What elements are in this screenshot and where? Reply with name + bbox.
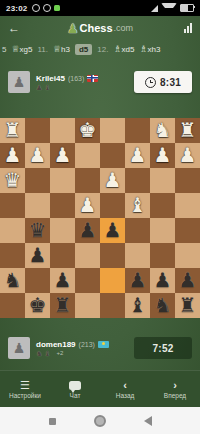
player-name-top: Krilei45 xyxy=(36,74,65,83)
player-row-top[interactable]: ♟ Krilei45 (163) ♟ ♝ 8:31 xyxy=(0,64,200,100)
player-name-bottom: domen189 xyxy=(36,340,76,349)
square-a1[interactable]: ♜ xyxy=(175,118,200,143)
piece-wP-a2[interactable]: ♟ xyxy=(179,143,197,168)
square-c6[interactable] xyxy=(125,243,150,268)
home-icon[interactable] xyxy=(94,415,106,427)
square-f3[interactable] xyxy=(50,168,75,193)
move-item[interactable]: 5 xyxy=(2,45,6,54)
material-advantage: +2 xyxy=(57,350,64,356)
piece-bP-e5[interactable]: ♟ xyxy=(79,218,97,243)
notification-icon xyxy=(54,5,60,11)
piece-wN-b1[interactable]: ♞ xyxy=(154,118,172,143)
captured-pieces-bottom: ♞ ♝ xyxy=(36,350,51,357)
square-h2[interactable]: ♟ xyxy=(0,143,25,168)
piece-bN-h7[interactable]: ♞ xyxy=(4,268,22,293)
piece-bP-g6[interactable]: ♟ xyxy=(29,243,47,268)
logo-text-com: .com xyxy=(114,23,134,33)
square-f4[interactable] xyxy=(50,193,75,218)
square-g4[interactable] xyxy=(25,193,50,218)
android-back-icon[interactable] xyxy=(144,416,152,426)
piece-bP-d5[interactable]: ♟ xyxy=(104,218,122,243)
square-d6[interactable] xyxy=(100,243,125,268)
square-a3[interactable] xyxy=(175,168,200,193)
recent-apps-icon[interactable] xyxy=(49,418,56,425)
move-item[interactable]: ♕xg5 xyxy=(11,44,32,54)
piece-bB-c8[interactable]: ♝ xyxy=(129,293,147,318)
square-g7[interactable] xyxy=(25,268,50,293)
square-d8[interactable] xyxy=(100,293,125,318)
move-item[interactable]: ♗xh3 xyxy=(139,44,160,54)
timer-icon xyxy=(43,4,51,12)
avatar-bottom[interactable]: ♟ xyxy=(8,337,30,359)
logo-pawn-icon: ♟ xyxy=(67,22,79,35)
square-c1[interactable] xyxy=(125,118,150,143)
piece-figurine: ♗ xyxy=(139,44,147,54)
square-d2[interactable] xyxy=(100,143,125,168)
piece-wR-a1[interactable]: ♜ xyxy=(179,118,197,143)
cell-signal-icon xyxy=(151,5,158,12)
piece-wP-c2[interactable]: ♟ xyxy=(129,143,147,168)
chess-app: ← ♟ Chess .com 5♕xg511.♕h3d512.♗xd5♗xh3 … xyxy=(0,16,200,407)
square-c7[interactable]: ♟ xyxy=(125,268,150,293)
square-a5[interactable] xyxy=(175,218,200,243)
square-h5[interactable] xyxy=(0,218,25,243)
square-b8[interactable]: ♞ xyxy=(150,293,175,318)
piece-wQ-h3[interactable]: ♛ xyxy=(4,168,22,193)
square-e7[interactable] xyxy=(75,268,100,293)
square-h6[interactable] xyxy=(0,243,25,268)
piece-bQ-g5[interactable]: ♛ xyxy=(29,218,47,243)
chesscom-logo: ♟ Chess .com xyxy=(28,22,172,35)
logo-text: Chess xyxy=(80,22,113,34)
square-f7[interactable]: ♟ xyxy=(50,268,75,293)
move-item[interactable]: ♗xd5 xyxy=(113,44,134,54)
piece-bR-f8[interactable]: ♜ xyxy=(54,293,72,318)
norway-flag-icon xyxy=(87,75,98,82)
piece-bK-g8[interactable]: ♚ xyxy=(29,293,47,318)
status-right-icons xyxy=(151,3,194,13)
player-info-bottom: domen189 (213) ♞ ♝ +2 xyxy=(36,340,134,357)
square-g2[interactable]: ♟ xyxy=(25,143,50,168)
chess-board: ♜♚♞♜♟♟♟♟♟♟♛♟♟♝♛♟♟♟♞♟♟♟♟♚♜♝♞♜ xyxy=(0,118,200,318)
nav-label: Настройки xyxy=(9,392,41,399)
square-g8[interactable]: ♚ xyxy=(25,293,50,318)
chevron-left-icon: ‹ xyxy=(123,379,127,391)
square-b4[interactable] xyxy=(150,193,175,218)
status-bar: 23:02 xyxy=(0,0,200,16)
status-time: 23:02 xyxy=(6,4,27,13)
player-row-bottom[interactable]: ♟ domen189 (213) ♞ ♝ +2 7:52 xyxy=(0,330,200,366)
game-nav-bar: ☰НастройкиЧат‹Назад›Вперед xyxy=(0,370,200,407)
square-f2[interactable]: ♟ xyxy=(50,143,75,168)
square-g5[interactable]: ♛ xyxy=(25,218,50,243)
square-c8[interactable]: ♝ xyxy=(125,293,150,318)
square-g1[interactable] xyxy=(25,118,50,143)
move-text: xd5 xyxy=(122,45,135,54)
kazakhstan-flag-icon xyxy=(98,341,109,348)
player-rating-bottom: (213) xyxy=(79,341,95,348)
player-info-top: Krilei45 (163) ♟ ♝ xyxy=(36,74,134,91)
move-list-bar: 5♕xg511.♕h3d512.♗xd5♗xh3 xyxy=(0,40,200,58)
piece-bP-b7[interactable]: ♟ xyxy=(154,268,172,293)
square-f5[interactable] xyxy=(50,218,75,243)
move-text: h3 xyxy=(61,45,70,54)
piece-bN-b8[interactable]: ♞ xyxy=(154,293,172,318)
nav-chevron-left[interactable]: ‹Назад xyxy=(100,371,150,407)
chevron-right-icon: › xyxy=(173,379,177,391)
square-c5[interactable] xyxy=(125,218,150,243)
chat-bubble-icon xyxy=(69,379,81,391)
move-text: 12. xyxy=(97,45,108,54)
piece-wP-f2[interactable]: ♟ xyxy=(54,143,72,168)
square-b5[interactable] xyxy=(150,218,175,243)
piece-wP-b2[interactable]: ♟ xyxy=(154,143,172,168)
square-h8[interactable] xyxy=(0,293,25,318)
nav-label: Чат xyxy=(70,392,81,399)
square-e5[interactable]: ♟ xyxy=(75,218,100,243)
square-e6[interactable] xyxy=(75,243,100,268)
clock-top: 8:31 xyxy=(134,71,192,93)
square-a8[interactable]: ♜ xyxy=(175,293,200,318)
square-e1[interactable]: ♚ xyxy=(75,118,100,143)
piece-wP-e4[interactable]: ♟ xyxy=(79,193,97,218)
nav-label: Вперед xyxy=(164,392,186,399)
move-text: xh3 xyxy=(147,45,160,54)
square-c2[interactable]: ♟ xyxy=(125,143,150,168)
captured-pieces-top: ♟ ♝ xyxy=(36,84,51,91)
move-item[interactable]: 11. xyxy=(37,45,48,54)
square-c3[interactable] xyxy=(125,168,150,193)
clock-time-bottom: 7:52 xyxy=(152,343,173,354)
square-f8[interactable]: ♜ xyxy=(50,293,75,318)
square-h1[interactable]: ♜ xyxy=(0,118,25,143)
square-a2[interactable]: ♟ xyxy=(175,143,200,168)
square-g3[interactable] xyxy=(25,168,50,193)
move-item[interactable]: 12. xyxy=(97,45,108,54)
battery-icon xyxy=(180,4,194,12)
connection-bars-icon[interactable] xyxy=(172,23,192,33)
piece-wR-h1[interactable]: ♜ xyxy=(4,118,22,143)
move-text: d5 xyxy=(79,45,88,54)
clock-icon xyxy=(145,77,156,88)
square-d7[interactable] xyxy=(100,268,125,293)
square-e3[interactable] xyxy=(75,168,100,193)
wifi-icon xyxy=(161,3,177,13)
nav-label: Назад xyxy=(116,392,135,399)
android-nav-bar xyxy=(0,407,200,434)
piece-bP-c7[interactable]: ♟ xyxy=(129,268,147,293)
square-b7[interactable]: ♟ xyxy=(150,268,175,293)
status-left-icons xyxy=(32,4,60,12)
nav-chat-bubble[interactable]: Чат xyxy=(50,371,100,407)
square-c4[interactable]: ♝ xyxy=(125,193,150,218)
app-header: ← ♟ Chess .com xyxy=(0,16,200,40)
piece-wP-h2[interactable]: ♟ xyxy=(4,143,22,168)
move-item[interactable]: ♕h3 xyxy=(53,44,70,54)
square-b6[interactable] xyxy=(150,243,175,268)
square-d4[interactable] xyxy=(100,193,125,218)
avatar-top[interactable]: ♟ xyxy=(8,71,30,93)
piece-wP-g2[interactable]: ♟ xyxy=(29,143,47,168)
square-a4[interactable] xyxy=(175,193,200,218)
square-d3[interactable]: ♟ xyxy=(100,168,125,193)
square-f6[interactable] xyxy=(50,243,75,268)
piece-figurine: ♕ xyxy=(11,44,19,54)
piece-bR-a8[interactable]: ♜ xyxy=(179,293,197,318)
move-text: 5 xyxy=(2,45,6,54)
move-text: xg5 xyxy=(20,45,33,54)
piece-wK-e1[interactable]: ♚ xyxy=(79,118,97,143)
move-text: 11. xyxy=(37,45,48,54)
square-a6[interactable] xyxy=(175,243,200,268)
square-e2[interactable] xyxy=(75,143,100,168)
square-g6[interactable]: ♟ xyxy=(25,243,50,268)
square-a7[interactable]: ♟ xyxy=(175,268,200,293)
square-e4[interactable]: ♟ xyxy=(75,193,100,218)
square-d5[interactable]: ♟ xyxy=(100,218,125,243)
clock-time-top: 8:31 xyxy=(160,77,181,88)
square-d1[interactable] xyxy=(100,118,125,143)
square-h7[interactable]: ♞ xyxy=(0,268,25,293)
nav-chevron-right[interactable]: ›Вперед xyxy=(150,371,200,407)
player-rating-top: (163) xyxy=(68,75,84,82)
back-arrow-button[interactable]: ← xyxy=(8,21,28,35)
square-b1[interactable]: ♞ xyxy=(150,118,175,143)
piece-wB-c4[interactable]: ♝ xyxy=(129,193,147,218)
piece-figurine: ♕ xyxy=(53,44,61,54)
square-b2[interactable]: ♟ xyxy=(150,143,175,168)
piece-figurine: ♗ xyxy=(113,44,121,54)
list-icon: ☰ xyxy=(20,379,30,391)
clock-bottom: 7:52 xyxy=(134,337,192,359)
move-item-current[interactable]: d5 xyxy=(75,44,92,55)
phone-screen: 23:02 ← ♟ Chess .com 5♕xg511.♕h3d512.♗ xyxy=(0,0,200,434)
alarm-icon xyxy=(32,4,40,12)
square-e8[interactable] xyxy=(75,293,100,318)
piece-bP-a7[interactable]: ♟ xyxy=(179,268,197,293)
square-f1[interactable] xyxy=(50,118,75,143)
square-h4[interactable] xyxy=(0,193,25,218)
piece-bP-f7[interactable]: ♟ xyxy=(54,268,72,293)
nav-list[interactable]: ☰Настройки xyxy=(0,371,50,407)
piece-wP-d3[interactable]: ♟ xyxy=(104,168,122,193)
square-h3[interactable]: ♛ xyxy=(0,168,25,193)
square-b3[interactable] xyxy=(150,168,175,193)
